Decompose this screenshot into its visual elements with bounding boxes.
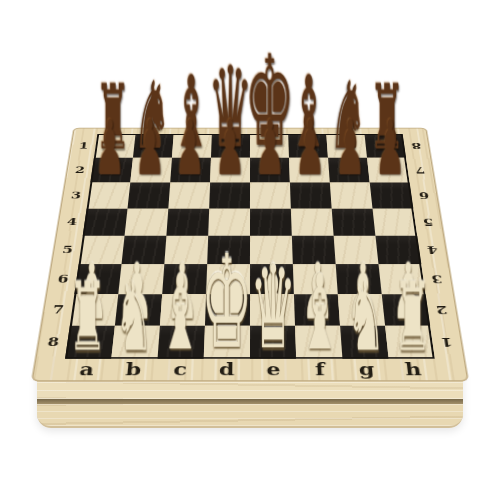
rank-label-right-7: 7 — [406, 158, 434, 183]
square-a5 — [79, 236, 125, 265]
file-label-f: f — [296, 359, 344, 380]
square-b7: ♟ — [115, 294, 162, 326]
square-e5 — [250, 236, 293, 265]
file-label-c: c — [156, 359, 204, 380]
square-e6 — [250, 264, 294, 294]
square-c8: ♝ — [158, 326, 205, 359]
square-c2: ♟ — [170, 158, 211, 183]
rank-label-right-1: 1 — [430, 326, 463, 359]
square-c6 — [162, 264, 207, 294]
square-d8: ♚ — [204, 326, 250, 359]
square-a4 — [83, 208, 128, 235]
square-a1: ♜ — [94, 134, 136, 158]
square-d7: ♟ — [205, 294, 250, 326]
square-c1: ♝ — [172, 134, 212, 158]
file-label-b: b — [109, 359, 158, 380]
square-f7: ♟ — [294, 294, 340, 326]
rank-label-right-4: 4 — [417, 236, 448, 265]
square-g6 — [336, 264, 382, 294]
square-b5 — [122, 236, 167, 265]
square-e4 — [250, 208, 292, 235]
square-a2: ♟ — [90, 158, 133, 183]
square-g7: ♟ — [338, 294, 385, 326]
rank-label-left-7: 7 — [42, 294, 74, 326]
square-b1: ♞ — [133, 134, 174, 158]
file-label-d: d — [203, 359, 250, 380]
square-e7: ♟ — [250, 294, 295, 326]
file-label-e: e — [250, 359, 297, 380]
square-g1: ♞ — [326, 134, 367, 158]
square-f1: ♝ — [288, 134, 328, 158]
square-e2: ♟ — [250, 158, 290, 183]
board-corner-bl — [33, 359, 65, 380]
square-h4 — [372, 208, 417, 235]
square-a7: ♟ — [70, 294, 118, 326]
dark-knight-g1: ♞ — [329, 69, 367, 162]
dark-rook-h1: ♜ — [369, 73, 405, 163]
square-b3 — [128, 183, 171, 209]
square-g2: ♟ — [328, 158, 370, 183]
square-f6 — [293, 264, 338, 294]
dark-king-e1: ♚ — [244, 39, 295, 164]
file-label-h: h — [389, 359, 438, 380]
square-b4 — [125, 208, 169, 235]
square-f2: ♟ — [289, 158, 330, 183]
square-a8: ♜ — [65, 326, 115, 359]
square-h2: ♟ — [367, 158, 410, 183]
rank-label-left-2: 2 — [66, 158, 94, 183]
chess-set-photo: 1♜♞♝♛♚♝♞♜82♟♟♟♟♟♟♟♟7364554637♟♟♟♟♟♟♟♟28♜… — [0, 0, 500, 500]
square-g5 — [334, 236, 379, 265]
dark-rook-a1: ♜ — [95, 73, 131, 163]
square-h5 — [375, 236, 421, 265]
square-d5 — [207, 236, 250, 265]
square-d4 — [208, 208, 250, 235]
dark-queen-d1: ♛ — [208, 51, 253, 163]
square-c5 — [164, 236, 208, 265]
dark-bishop-c1: ♝ — [171, 64, 211, 163]
square-d3 — [209, 183, 250, 209]
board-corner-br — [435, 359, 467, 380]
rank-label-right-8: 8 — [403, 134, 431, 158]
square-e3 — [250, 183, 291, 209]
chess-board: 1♜♞♝♛♚♝♞♜82♟♟♟♟♟♟♟♟7364554637♟♟♟♟♟♟♟♟28♜… — [33, 129, 467, 381]
rank-label-right-6: 6 — [410, 183, 439, 209]
square-b8: ♞ — [111, 326, 160, 359]
square-h6 — [378, 264, 425, 294]
square-f8: ♝ — [295, 326, 342, 359]
square-f5 — [292, 236, 336, 265]
square-d1: ♛ — [211, 134, 250, 158]
file-label-a: a — [62, 359, 111, 380]
square-h7: ♟ — [382, 294, 430, 326]
square-b2: ♟ — [130, 158, 172, 183]
square-h3 — [370, 183, 414, 209]
rank-label-left-4: 4 — [57, 208, 87, 235]
square-g3 — [330, 183, 373, 209]
square-a3 — [87, 183, 131, 209]
square-c7: ♟ — [160, 294, 206, 326]
file-label-g: g — [342, 359, 391, 380]
square-a6 — [74, 264, 121, 294]
square-g4 — [332, 208, 376, 235]
rank-label-left-3: 3 — [61, 183, 90, 209]
rank-label-left-1: 1 — [70, 134, 98, 158]
square-e8: ♛ — [250, 326, 296, 359]
square-h8: ♜ — [385, 326, 435, 359]
square-f4 — [291, 208, 334, 235]
rank-label-right-5: 5 — [413, 208, 443, 235]
square-c3 — [168, 183, 210, 209]
square-b6 — [118, 264, 164, 294]
square-f3 — [290, 183, 332, 209]
dark-knight-b1: ♞ — [133, 69, 171, 162]
square-e1: ♚ — [250, 134, 289, 158]
rank-label-right-2: 2 — [426, 294, 458, 326]
square-d2: ♟ — [210, 158, 250, 183]
dark-bishop-f1: ♝ — [289, 64, 329, 163]
square-h1: ♜ — [364, 134, 406, 158]
square-g8: ♞ — [340, 326, 389, 359]
board-perspective: 1♜♞♝♛♚♝♞♜82♟♟♟♟♟♟♟♟7364554637♟♟♟♟♟♟♟♟28♜… — [56, 55, 444, 427]
rank-label-right-3: 3 — [421, 264, 452, 294]
square-c4 — [166, 208, 209, 235]
square-d6 — [206, 264, 250, 294]
